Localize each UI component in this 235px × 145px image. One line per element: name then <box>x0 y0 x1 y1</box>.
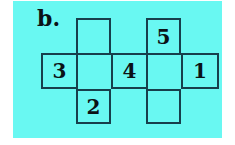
face-number: 1 <box>193 61 207 81</box>
net-face-r0c1 <box>76 18 111 53</box>
face-number: 4 <box>123 61 137 81</box>
net-face-r1c4: 1 <box>181 53 219 89</box>
net-face-r0c3: 5 <box>146 18 181 53</box>
net-face-r1c2: 4 <box>111 53 146 89</box>
face-number: 3 <box>53 61 67 81</box>
net-face-r1c0: 3 <box>41 53 76 89</box>
net-face-r1c1 <box>76 53 111 89</box>
cube-net-grid: 53412 <box>41 18 219 124</box>
face-number: 5 <box>157 27 171 47</box>
net-face-r1c3 <box>146 53 181 89</box>
face-number: 2 <box>87 97 101 117</box>
net-face-r2c3 <box>146 89 181 124</box>
diagram-panel: b. 53412 <box>13 1 222 138</box>
worksheet-canvas: b. 53412 <box>0 0 235 145</box>
net-face-r2c1: 2 <box>76 89 111 124</box>
